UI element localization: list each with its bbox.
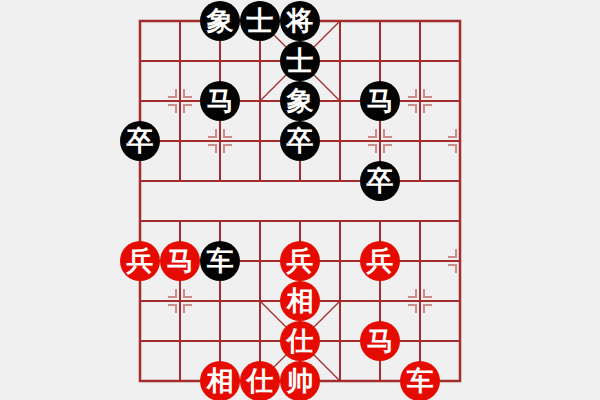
piece-red-horse[interactable]: 马	[160, 241, 200, 281]
piece-red-advisor[interactable]: 仕	[240, 361, 280, 400]
piece-red-soldier[interactable]: 兵	[280, 241, 320, 281]
piece-red-advisor[interactable]: 仕	[280, 321, 320, 361]
piece-black-chariot[interactable]: 车	[200, 241, 240, 281]
piece-black-elephant[interactable]: 象	[200, 1, 240, 41]
piece-black-advisor[interactable]: 士	[240, 1, 280, 41]
piece-red-general[interactable]: 帅	[280, 361, 320, 400]
piece-red-chariot[interactable]: 车	[400, 361, 440, 400]
piece-black-soldier[interactable]: 卒	[120, 121, 160, 161]
piece-red-soldier[interactable]: 兵	[120, 241, 160, 281]
piece-black-general[interactable]: 将	[280, 1, 320, 41]
piece-red-elephant[interactable]: 相	[280, 281, 320, 321]
xiangqi-app: 象士将士马象马卒卒卒车兵马兵兵相仕马相仕帅车	[0, 0, 600, 400]
piece-black-soldier[interactable]: 卒	[280, 121, 320, 161]
piece-red-horse[interactable]: 马	[360, 321, 400, 361]
piece-black-soldier[interactable]: 卒	[360, 161, 400, 201]
piece-red-elephant[interactable]: 相	[200, 361, 240, 400]
piece-black-advisor[interactable]: 士	[280, 41, 320, 81]
piece-black-horse[interactable]: 马	[200, 81, 240, 121]
piece-black-elephant[interactable]: 象	[280, 81, 320, 121]
xiangqi-board[interactable]: 象士将士马象马卒卒卒车兵马兵兵相仕马相仕帅车	[120, 1, 480, 400]
piece-red-soldier[interactable]: 兵	[360, 241, 400, 281]
piece-black-horse[interactable]: 马	[360, 81, 400, 121]
